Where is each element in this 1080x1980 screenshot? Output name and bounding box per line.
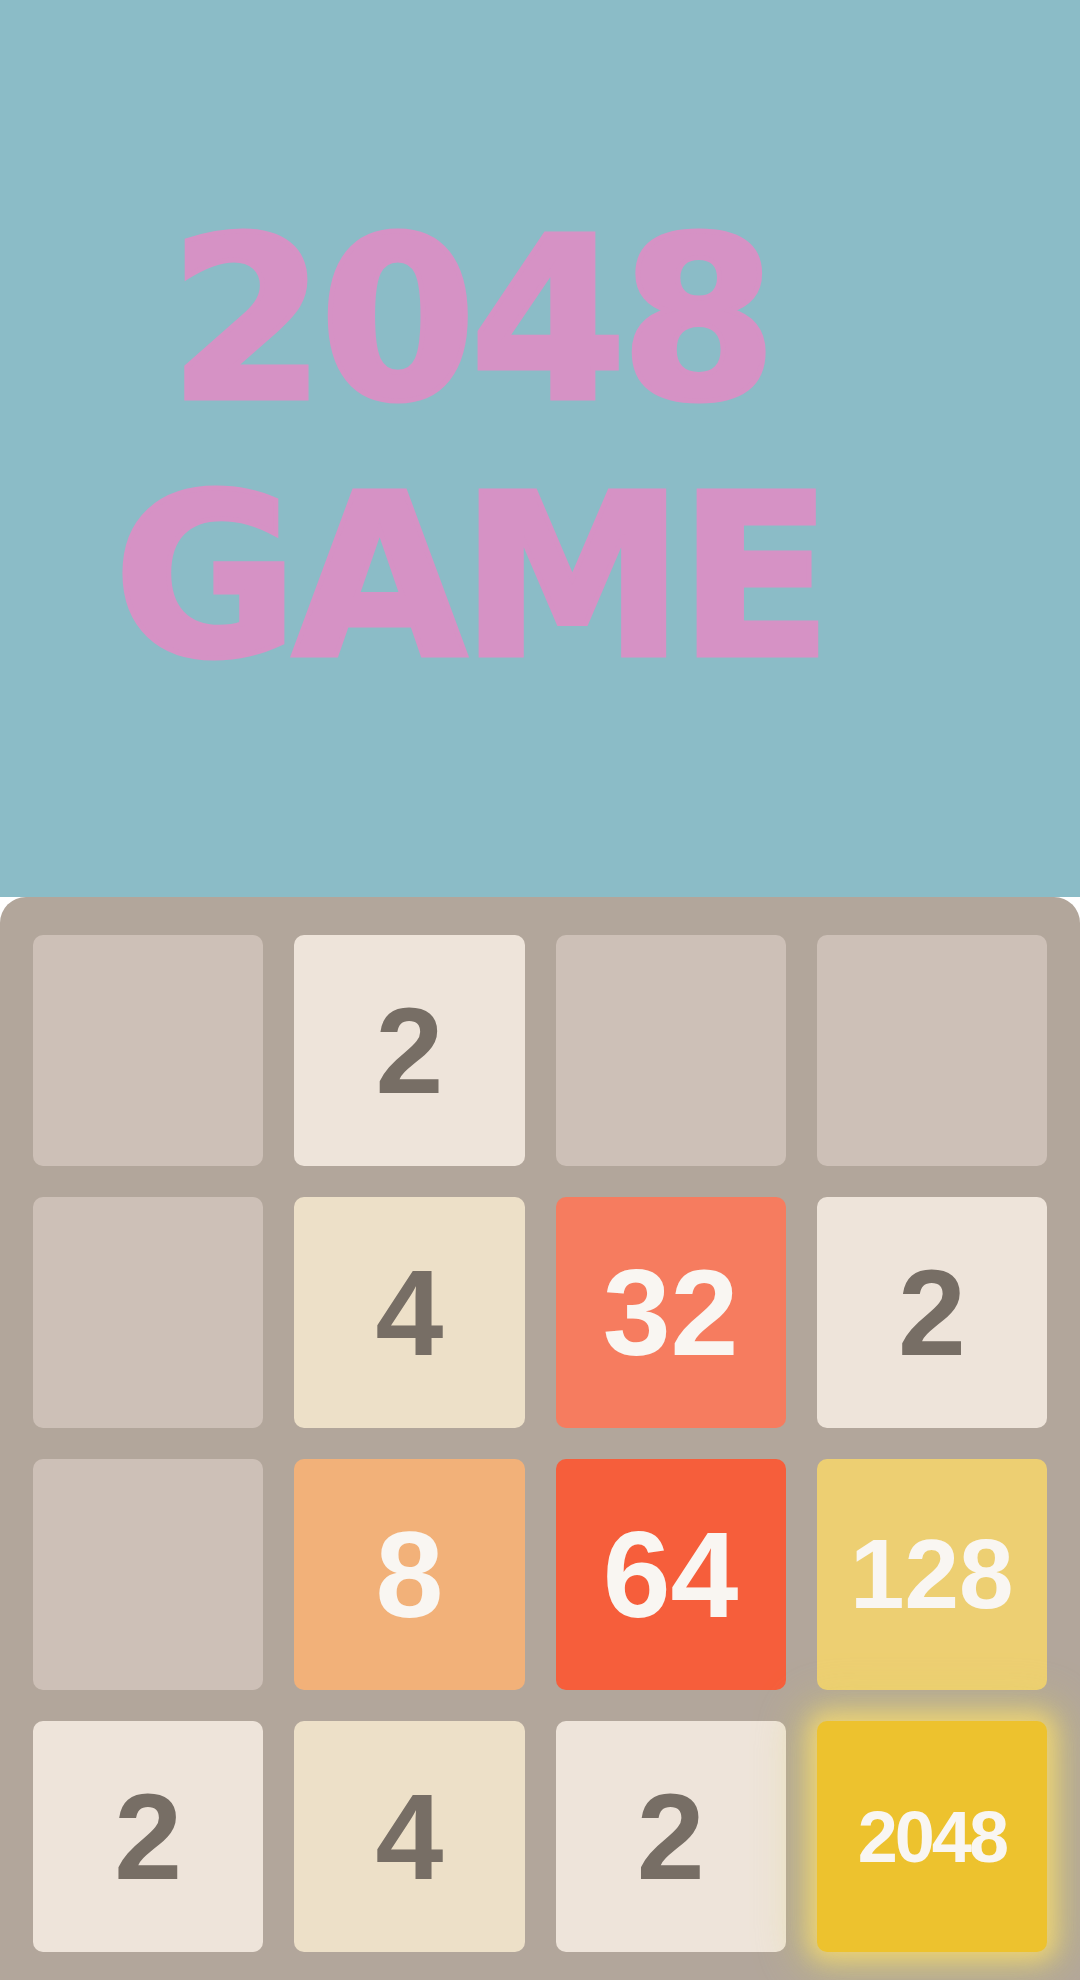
tile-2: 2 xyxy=(33,1721,263,1952)
cell-empty-r1c4 xyxy=(817,935,1047,1166)
tile-32: 32 xyxy=(556,1197,786,1428)
cell-empty-r3c1 xyxy=(33,1459,263,1690)
cell-empty-r1c3 xyxy=(556,935,786,1166)
title-banner: 2048 GAME xyxy=(0,0,1080,897)
tile-64: 64 xyxy=(556,1459,786,1690)
tile-8: 8 xyxy=(294,1459,524,1690)
cell-empty-r1c1 xyxy=(33,935,263,1166)
tile-2: 2 xyxy=(556,1721,786,1952)
tile-128: 128 xyxy=(817,1459,1047,1690)
tile-2: 2 xyxy=(294,935,524,1166)
game-board[interactable]: 243228641282422048 xyxy=(0,897,1080,1980)
tile-4: 4 xyxy=(294,1197,524,1428)
cell-empty-r2c1 xyxy=(33,1197,263,1428)
tile-2048: 2048 xyxy=(817,1721,1047,1952)
title-line-game: GAME xyxy=(114,485,826,670)
app-screen: 2048 GAME 243228641282422048 xyxy=(0,0,1080,1980)
tile-2: 2 xyxy=(817,1197,1047,1428)
tile-4: 4 xyxy=(294,1721,524,1952)
title-line-2048: 2048 xyxy=(114,228,826,413)
app-title: 2048 GAME xyxy=(114,228,826,669)
